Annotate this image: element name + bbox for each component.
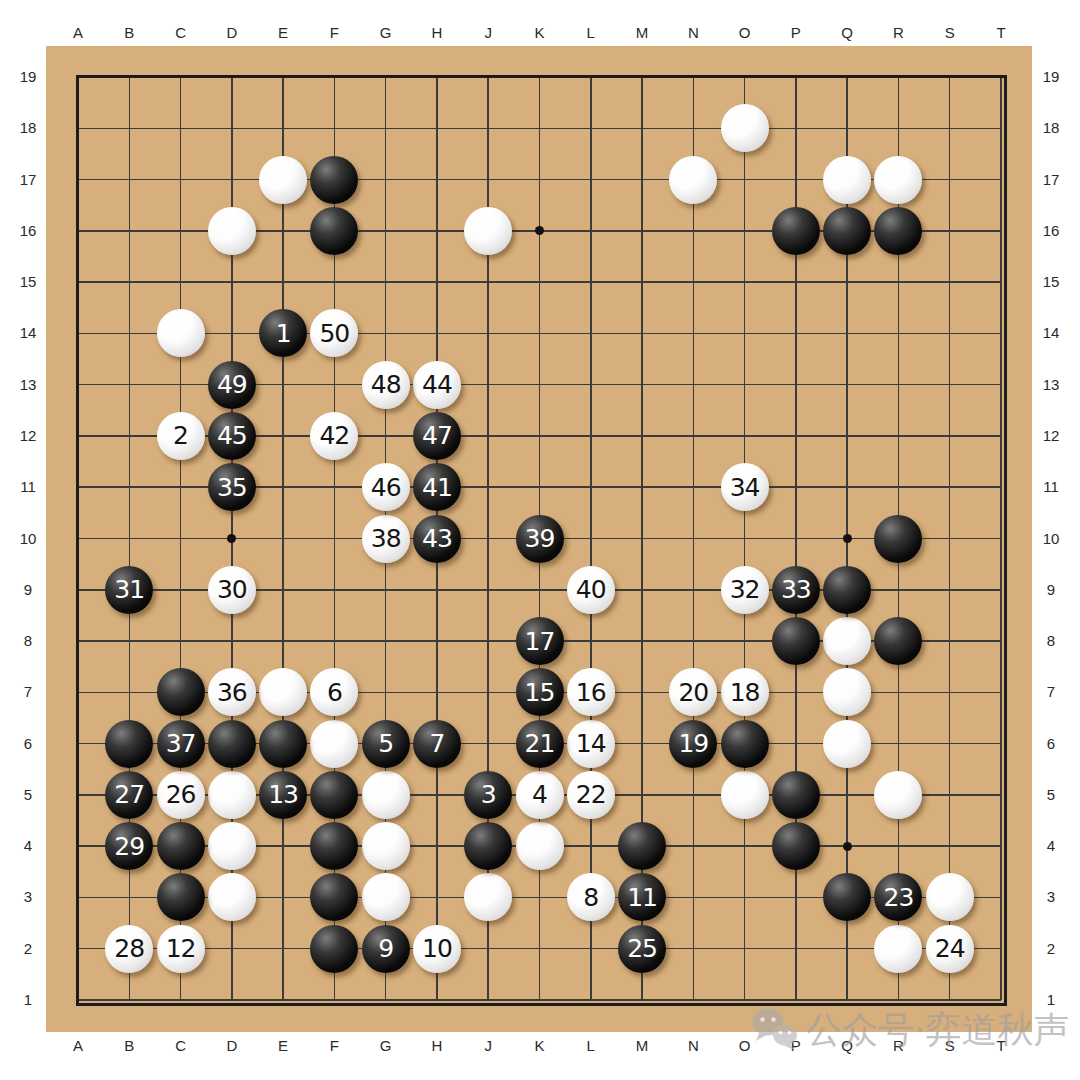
black-stone-move-41: 41 bbox=[413, 463, 461, 511]
col-label-top: P bbox=[781, 24, 811, 42]
col-label-top: B bbox=[114, 24, 144, 42]
black-stone-move-39: 39 bbox=[516, 515, 564, 563]
row-label-right: 15 bbox=[1036, 273, 1066, 291]
col-label-bottom: E bbox=[268, 1037, 298, 1055]
row-label-right: 18 bbox=[1036, 119, 1066, 137]
black-stone bbox=[772, 617, 820, 665]
white-stone-move-16: 16 bbox=[567, 668, 615, 716]
row-label-right: 7 bbox=[1036, 683, 1066, 701]
row-label-right: 2 bbox=[1036, 940, 1066, 958]
star-point bbox=[843, 534, 852, 543]
row-label-right: 5 bbox=[1036, 786, 1066, 804]
white-stone-move-44: 44 bbox=[413, 361, 461, 409]
go-diagram-page: AABBCCDDEEFFGGHHJJKKLLMMNNOOPPQQRRSSTT19… bbox=[0, 0, 1080, 1080]
row-label-right: 14 bbox=[1036, 324, 1066, 342]
row-label-right: 13 bbox=[1036, 376, 1066, 394]
white-stone bbox=[208, 207, 256, 255]
black-stone-move-31: 31 bbox=[105, 566, 153, 614]
white-stone bbox=[874, 156, 922, 204]
black-stone-move-3: 3 bbox=[464, 771, 512, 819]
row-label-right: 4 bbox=[1036, 837, 1066, 855]
row-label-left: 5 bbox=[13, 786, 43, 804]
row-label-right: 1 bbox=[1036, 991, 1066, 1009]
black-stone-move-33: 33 bbox=[772, 566, 820, 614]
col-label-bottom: J bbox=[473, 1037, 503, 1055]
white-stone bbox=[721, 771, 769, 819]
col-label-top: O bbox=[730, 24, 760, 42]
white-stone-move-32: 32 bbox=[721, 566, 769, 614]
black-stone bbox=[310, 156, 358, 204]
row-label-left: 15 bbox=[13, 273, 43, 291]
row-label-right: 11 bbox=[1036, 478, 1066, 496]
white-stone-move-18: 18 bbox=[721, 668, 769, 716]
white-stone bbox=[516, 822, 564, 870]
black-stone-move-17: 17 bbox=[516, 617, 564, 665]
row-label-left: 12 bbox=[13, 427, 43, 445]
row-label-right: 19 bbox=[1036, 68, 1066, 86]
col-label-top: E bbox=[268, 24, 298, 42]
col-label-bottom: N bbox=[678, 1037, 708, 1055]
white-stone bbox=[208, 771, 256, 819]
black-stone bbox=[772, 207, 820, 255]
row-label-right: 16 bbox=[1036, 222, 1066, 240]
white-stone bbox=[823, 156, 871, 204]
white-stone bbox=[157, 309, 205, 357]
col-label-top: K bbox=[525, 24, 555, 42]
black-stone-move-25: 25 bbox=[618, 925, 666, 973]
white-stone-move-14: 14 bbox=[567, 720, 615, 768]
black-stone-move-37: 37 bbox=[157, 720, 205, 768]
row-label-left: 13 bbox=[13, 376, 43, 394]
white-stone bbox=[823, 617, 871, 665]
black-stone-move-45: 45 bbox=[208, 412, 256, 460]
col-label-bottom: K bbox=[525, 1037, 555, 1055]
col-label-bottom: T bbox=[986, 1037, 1016, 1055]
black-stone bbox=[618, 822, 666, 870]
row-label-left: 18 bbox=[13, 119, 43, 137]
black-stone-move-27: 27 bbox=[105, 771, 153, 819]
col-label-bottom: P bbox=[781, 1037, 811, 1055]
black-stone-move-43: 43 bbox=[413, 515, 461, 563]
col-label-bottom: F bbox=[319, 1037, 349, 1055]
white-stone bbox=[208, 873, 256, 921]
white-stone bbox=[721, 104, 769, 152]
star-point bbox=[843, 842, 852, 851]
white-stone-move-24: 24 bbox=[926, 925, 974, 973]
row-label-left: 9 bbox=[13, 581, 43, 599]
row-label-left: 7 bbox=[13, 683, 43, 701]
row-label-right: 8 bbox=[1036, 632, 1066, 650]
col-label-bottom: A bbox=[63, 1037, 93, 1055]
row-label-right: 3 bbox=[1036, 888, 1066, 906]
col-label-top: L bbox=[576, 24, 606, 42]
black-stone bbox=[157, 822, 205, 870]
black-stone bbox=[310, 207, 358, 255]
black-stone-move-21: 21 bbox=[516, 720, 564, 768]
row-label-left: 4 bbox=[13, 837, 43, 855]
white-stone bbox=[362, 822, 410, 870]
col-label-bottom: R bbox=[883, 1037, 913, 1055]
row-label-left: 17 bbox=[13, 171, 43, 189]
black-stone-move-47: 47 bbox=[413, 412, 461, 460]
row-label-left: 8 bbox=[13, 632, 43, 650]
white-stone bbox=[362, 771, 410, 819]
black-stone bbox=[772, 822, 820, 870]
col-label-bottom: Q bbox=[832, 1037, 862, 1055]
black-stone bbox=[874, 207, 922, 255]
white-stone-move-42: 42 bbox=[310, 412, 358, 460]
col-label-bottom: C bbox=[166, 1037, 196, 1055]
white-stone bbox=[208, 822, 256, 870]
white-stone-move-12: 12 bbox=[157, 925, 205, 973]
black-stone bbox=[721, 720, 769, 768]
black-stone bbox=[310, 771, 358, 819]
white-stone bbox=[259, 156, 307, 204]
row-label-left: 11 bbox=[13, 478, 43, 496]
col-label-top: A bbox=[63, 24, 93, 42]
col-label-top: N bbox=[678, 24, 708, 42]
col-label-top: T bbox=[986, 24, 1016, 42]
white-stone-move-34: 34 bbox=[721, 463, 769, 511]
row-label-right: 6 bbox=[1036, 735, 1066, 753]
col-label-top: S bbox=[935, 24, 965, 42]
black-stone-move-9: 9 bbox=[362, 925, 410, 973]
white-stone bbox=[926, 873, 974, 921]
black-stone-move-19: 19 bbox=[669, 720, 717, 768]
col-label-bottom: L bbox=[576, 1037, 606, 1055]
black-stone bbox=[208, 720, 256, 768]
col-label-bottom: O bbox=[730, 1037, 760, 1055]
white-stone-move-26: 26 bbox=[157, 771, 205, 819]
white-stone-move-30: 30 bbox=[208, 566, 256, 614]
white-stone bbox=[310, 720, 358, 768]
row-label-left: 10 bbox=[13, 530, 43, 548]
black-stone bbox=[105, 720, 153, 768]
col-label-top: Q bbox=[832, 24, 862, 42]
white-stone-move-46: 46 bbox=[362, 463, 410, 511]
white-stone bbox=[823, 720, 871, 768]
white-stone-move-28: 28 bbox=[105, 925, 153, 973]
col-label-top: J bbox=[473, 24, 503, 42]
col-label-bottom: H bbox=[422, 1037, 452, 1055]
row-label-left: 6 bbox=[13, 735, 43, 753]
white-stone bbox=[874, 925, 922, 973]
black-stone-move-13: 13 bbox=[259, 771, 307, 819]
white-stone-move-10: 10 bbox=[413, 925, 461, 973]
white-stone-move-8: 8 bbox=[567, 873, 615, 921]
col-label-top: M bbox=[627, 24, 657, 42]
white-stone-move-4: 4 bbox=[516, 771, 564, 819]
black-stone bbox=[874, 515, 922, 563]
col-label-bottom: M bbox=[627, 1037, 657, 1055]
white-stone bbox=[362, 873, 410, 921]
white-stone bbox=[669, 156, 717, 204]
black-stone bbox=[157, 668, 205, 716]
white-stone bbox=[464, 207, 512, 255]
black-stone bbox=[310, 925, 358, 973]
row-label-left: 19 bbox=[13, 68, 43, 86]
row-label-left: 1 bbox=[13, 991, 43, 1009]
row-label-left: 14 bbox=[13, 324, 43, 342]
black-stone-move-5: 5 bbox=[362, 720, 410, 768]
white-stone-move-40: 40 bbox=[567, 566, 615, 614]
col-label-bottom: D bbox=[217, 1037, 247, 1055]
col-label-top: R bbox=[883, 24, 913, 42]
row-label-right: 17 bbox=[1036, 171, 1066, 189]
col-label-bottom: G bbox=[371, 1037, 401, 1055]
col-label-top: F bbox=[319, 24, 349, 42]
white-stone-move-36: 36 bbox=[208, 668, 256, 716]
white-stone-move-48: 48 bbox=[362, 361, 410, 409]
col-label-top: G bbox=[371, 24, 401, 42]
black-stone bbox=[772, 771, 820, 819]
black-stone-move-7: 7 bbox=[413, 720, 461, 768]
black-stone bbox=[823, 566, 871, 614]
white-stone-move-2: 2 bbox=[157, 412, 205, 460]
row-label-left: 2 bbox=[13, 940, 43, 958]
col-label-top: H bbox=[422, 24, 452, 42]
row-label-right: 10 bbox=[1036, 530, 1066, 548]
white-stone-move-22: 22 bbox=[567, 771, 615, 819]
row-label-left: 3 bbox=[13, 888, 43, 906]
col-label-top: D bbox=[217, 24, 247, 42]
black-stone bbox=[259, 720, 307, 768]
black-stone-move-49: 49 bbox=[208, 361, 256, 409]
black-stone bbox=[823, 207, 871, 255]
col-label-bottom: B bbox=[114, 1037, 144, 1055]
black-stone-move-15: 15 bbox=[516, 668, 564, 716]
white-stone-move-38: 38 bbox=[362, 515, 410, 563]
row-label-right: 9 bbox=[1036, 581, 1066, 599]
col-label-top: C bbox=[166, 24, 196, 42]
row-label-right: 12 bbox=[1036, 427, 1066, 445]
col-label-bottom: S bbox=[935, 1037, 965, 1055]
white-stone bbox=[874, 771, 922, 819]
black-stone-move-35: 35 bbox=[208, 463, 256, 511]
row-label-left: 16 bbox=[13, 222, 43, 240]
black-stone bbox=[157, 873, 205, 921]
